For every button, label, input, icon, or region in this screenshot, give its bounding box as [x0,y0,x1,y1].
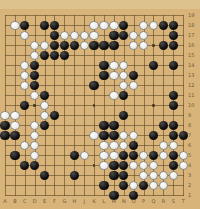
black-stone-F17 [50,31,59,40]
black-stone-M4 [109,161,118,170]
white-stone-T5 [179,151,188,160]
column-label-D: D [32,199,38,204]
row-label-17: 17 [188,33,194,38]
star-point [33,104,36,107]
black-stone-S16 [169,41,178,50]
black-stone-S8 [169,121,178,130]
black-stone-S5 [169,151,178,160]
black-stone-G16 [60,41,69,50]
column-label-P: P [141,199,147,204]
black-stone-S14 [169,61,178,70]
row-label-11: 11 [188,93,194,98]
black-stone-L2 [99,181,108,190]
white-stone-A9 [0,111,9,120]
black-stone-L16 [99,41,108,50]
white-stone-M18 [109,21,118,30]
black-stone-R8 [159,121,168,130]
column-label-R: R [160,199,166,204]
column-label-A: A [2,199,8,204]
white-stone-K17 [89,31,98,40]
row-label-15: 15 [188,53,194,58]
column-label-H: H [71,199,77,204]
column-label-T: T [180,199,186,204]
black-stone-S10 [169,101,178,110]
white-stone-R3 [159,171,168,180]
black-stone-F18 [50,21,59,30]
go-board-screenshot: 19181716151413121110987654321ABCDEFGHJKL… [0,0,200,209]
column-label-J: J [81,199,87,204]
column-label-Q: Q [151,199,157,204]
black-stone-H3 [70,171,79,180]
white-stone-M13 [109,71,118,80]
black-stone-R16 [159,41,168,50]
white-stone-H17 [70,31,79,40]
white-stone-M14 [109,61,118,70]
white-stone-K18 [89,21,98,30]
row-label-7: 7 [188,133,191,138]
black-stone-M3 [109,171,118,180]
white-stone-S6 [169,141,178,150]
black-stone-A8 [0,121,9,130]
black-stone-A7 [0,131,9,140]
column-label-L: L [101,199,107,204]
column-label-M: M [111,199,117,204]
black-stone-M17 [109,31,118,40]
black-stone-F15 [50,51,59,60]
row-label-3: 3 [188,173,191,178]
black-stone-B5 [10,151,19,160]
black-stone-S17 [169,31,178,40]
black-stone-H5 [70,151,79,160]
white-stone-L18 [99,21,108,30]
white-stone-R2 [159,181,168,190]
black-stone-M16 [109,41,118,50]
column-label-K: K [91,199,97,204]
black-stone-L8 [99,121,108,130]
black-stone-F16 [50,41,59,50]
white-stone-L4 [99,161,108,170]
white-stone-M11 [109,91,118,100]
white-stone-R6 [159,141,168,150]
row-label-1: 1 [188,193,191,198]
white-stone-S3 [169,171,178,180]
white-stone-B9 [10,111,19,120]
row-label-13: 13 [188,73,194,78]
white-stone-Q3 [149,171,158,180]
white-stone-J16 [80,41,89,50]
black-stone-K16 [89,41,98,50]
row-label-8: 8 [188,123,191,128]
white-stone-M6 [109,141,118,150]
row-label-19: 19 [188,13,194,18]
black-stone-L7 [99,131,108,140]
row-label-9: 9 [188,113,191,118]
black-stone-Q5 [149,151,158,160]
white-stone-Q4 [149,161,158,170]
white-stone-Q18 [149,21,158,30]
white-stone-M5 [109,151,118,160]
column-label-O: O [131,199,137,204]
row-label-14: 14 [188,63,194,68]
black-stone-R18 [159,21,168,30]
white-stone-Q2 [149,181,158,190]
black-stone-G15 [60,51,69,60]
black-stone-B7 [10,131,19,140]
row-label-2: 2 [188,183,191,188]
black-stone-Q7 [149,131,158,140]
white-stone-B8 [10,121,19,130]
row-label-5: 5 [188,153,191,158]
black-stone-M7 [109,131,118,140]
white-stone-L5 [99,151,108,160]
star-point [152,44,155,47]
white-stone-B18 [10,21,19,30]
black-stone-K12 [89,81,98,90]
white-stone-R5 [159,151,168,160]
column-label-C: C [22,199,28,204]
column-label-F: F [52,199,58,204]
column-label-S: S [170,199,176,204]
white-stone-J17 [80,31,89,40]
column-label-N: N [121,199,127,204]
black-stone-L13 [99,71,108,80]
white-stone-L6 [99,141,108,150]
black-stone-S4 [169,161,178,170]
column-label-E: E [42,199,48,204]
black-stone-M8 [109,121,118,130]
black-stone-Q14 [149,61,158,70]
column-label-B: B [12,199,18,204]
board-top-margin [0,0,200,9]
white-stone-T4 [179,161,188,170]
white-stone-G17 [60,31,69,40]
black-stone-H16 [70,41,79,50]
star-point [152,104,155,107]
black-stone-S18 [169,21,178,30]
row-label-16: 16 [188,43,194,48]
black-stone-S11 [169,91,178,100]
black-stone-S7 [169,131,178,140]
row-label-12: 12 [188,83,194,88]
row-label-4: 4 [188,163,191,168]
black-stone-L14 [99,61,108,70]
row-label-6: 6 [188,143,191,148]
black-stone-F9 [50,111,59,120]
white-stone-J5 [80,151,89,160]
black-stone-T7 [179,131,188,140]
row-label-18: 18 [188,23,194,28]
white-stone-K7 [89,131,98,140]
column-label-G: G [61,199,67,204]
row-label-10: 10 [188,103,194,108]
